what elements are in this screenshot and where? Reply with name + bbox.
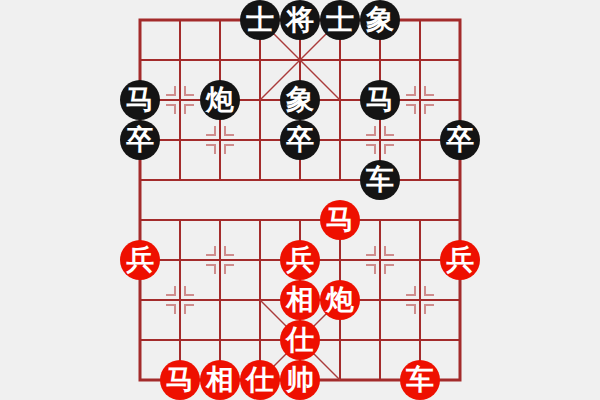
- piece-black-horse[interactable]: 马: [120, 80, 160, 120]
- piece-black-horse[interactable]: 马: [360, 80, 400, 120]
- piece-black-elephant[interactable]: 象: [280, 80, 320, 120]
- piece-red-soldier[interactable]: 兵: [280, 240, 320, 280]
- piece-black-general[interactable]: 将: [280, 0, 320, 40]
- xiangqi-board: 士将士象马炮象马卒卒卒车马兵兵兵相炮仕马相仕帅车: [0, 0, 600, 400]
- piece-red-elephant[interactable]: 相: [280, 280, 320, 320]
- piece-black-soldier[interactable]: 卒: [280, 120, 320, 160]
- piece-red-cannon[interactable]: 炮: [320, 280, 360, 320]
- piece-red-soldier[interactable]: 兵: [120, 240, 160, 280]
- piece-red-horse[interactable]: 马: [160, 360, 200, 400]
- piece-black-advisor[interactable]: 士: [240, 0, 280, 40]
- piece-red-horse[interactable]: 马: [320, 200, 360, 240]
- piece-black-soldier[interactable]: 卒: [120, 120, 160, 160]
- piece-red-advisor[interactable]: 仕: [280, 320, 320, 360]
- piece-red-elephant[interactable]: 相: [200, 360, 240, 400]
- piece-black-cannon[interactable]: 炮: [200, 80, 240, 120]
- piece-red-advisor[interactable]: 仕: [240, 360, 280, 400]
- piece-black-soldier[interactable]: 卒: [440, 120, 480, 160]
- piece-red-chariot[interactable]: 车: [400, 360, 440, 400]
- piece-black-elephant[interactable]: 象: [360, 0, 400, 40]
- piece-black-chariot[interactable]: 车: [360, 160, 400, 200]
- piece-red-soldier[interactable]: 兵: [440, 240, 480, 280]
- pieces-layer: 士将士象马炮象马卒卒卒车马兵兵兵相炮仕马相仕帅车: [0, 0, 600, 400]
- piece-red-general[interactable]: 帅: [280, 360, 320, 400]
- piece-black-advisor[interactable]: 士: [320, 0, 360, 40]
